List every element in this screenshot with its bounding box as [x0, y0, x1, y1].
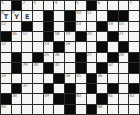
grid-cell-r8-c4[interactable]: [33, 74, 43, 83]
grid-cell-r10-c3[interactable]: [22, 94, 32, 103]
black-cell-r8-c9: [87, 74, 97, 83]
black-cell-r10-c10: [97, 94, 107, 103]
grid-cell-r4-c3[interactable]: 17: [22, 32, 32, 41]
grid-cell-r1-c7[interactable]: [65, 1, 75, 10]
grid-cell-r3-c6[interactable]: [54, 22, 64, 31]
grid-cell-r8-c8[interactable]: 35: [76, 74, 86, 83]
clue-number: 21: [119, 32, 124, 36]
grid-cell-r8-c10[interactable]: 36: [97, 74, 107, 83]
grid-cell-r7-c7[interactable]: [65, 63, 75, 72]
grid-cell-r1-c3[interactable]: 2: [22, 1, 32, 10]
grid-cell-r5-c5[interactable]: 23: [44, 42, 54, 51]
grid-cell-r9-c6[interactable]: [54, 84, 64, 93]
black-cell-r5-c12: [119, 42, 129, 51]
clue-number: 24: [65, 42, 70, 46]
grid-cell-r3-c13[interactable]: [129, 22, 139, 31]
black-cell-r10-c1: [1, 94, 11, 103]
black-cell-r9-c11: [108, 84, 118, 93]
clue-number: 7: [129, 1, 131, 5]
grid-cell-r10-c5[interactable]: 39: [44, 94, 54, 103]
grid-cell-r11-c10[interactable]: 44: [97, 105, 107, 114]
black-cell-r7-c5: [44, 63, 54, 72]
grid-cell-r3-c11[interactable]: 14: [108, 22, 118, 31]
grid-cell-r11-c3[interactable]: [22, 105, 32, 114]
grid-cell-r1-c1[interactable]: 1: [1, 1, 11, 10]
grid-cell-r2-c2[interactable]: 9Y: [12, 11, 22, 20]
grid-cell-r10-c2[interactable]: 38: [12, 94, 22, 103]
black-cell-r4-c8: [76, 32, 86, 41]
clue-number: 40: [76, 94, 81, 98]
clue-number: 36: [97, 74, 102, 78]
grid-cell-r10-c13[interactable]: 42: [129, 94, 139, 103]
grid-cell-r4-c10[interactable]: [97, 32, 107, 41]
grid-cell-r9-c4[interactable]: [33, 84, 43, 93]
grid-cell-r7-c4[interactable]: 30: [33, 63, 43, 72]
clue-number: 33: [1, 74, 6, 78]
black-cell-r10-c7: [65, 94, 75, 103]
grid-cell-r11-c5[interactable]: [44, 105, 54, 114]
grid-cell-r1-c12[interactable]: [119, 1, 129, 10]
grid-cell-r3-c2[interactable]: [12, 22, 22, 31]
black-cell-r2-c5: [44, 11, 54, 20]
grid-cell-r1-c5[interactable]: [44, 1, 54, 10]
black-cell-r2-c12: [119, 11, 129, 20]
black-cell-r4-c5: [44, 32, 54, 41]
grid-cell-r4-c13[interactable]: [129, 32, 139, 41]
clue-number: 35: [76, 74, 81, 78]
black-cell-r2-c7: [65, 11, 75, 20]
black-cell-r7-c10: [97, 63, 107, 72]
clue-number: 1: [1, 1, 3, 5]
grid-cell-r11-c12[interactable]: [119, 105, 129, 114]
black-cell-r3-c3: [22, 22, 32, 31]
grid-cell-r11-c13[interactable]: [129, 105, 139, 114]
grid-cell-r1-c10[interactable]: 6: [97, 1, 107, 10]
black-cell-r11-c7: [65, 105, 75, 114]
black-cell-r6-c2: [12, 53, 22, 62]
grid-cell-r7-c12[interactable]: [119, 63, 129, 72]
black-cell-r1-c9: [87, 1, 97, 10]
clue-number: 23: [44, 42, 49, 46]
grid-cell-r6-c1[interactable]: [1, 53, 11, 62]
grid-cell-r4-c7[interactable]: 19: [65, 32, 75, 41]
black-cell-r3-c10: [97, 22, 107, 31]
clue-number: 15: [119, 22, 124, 26]
grid-cell-r10-c11[interactable]: 41: [108, 94, 118, 103]
grid-cell-r4-c4[interactable]: [33, 32, 43, 41]
clue-number: 30: [33, 63, 38, 67]
grid-cell-r11-c11[interactable]: [108, 105, 118, 114]
clue-number: 44: [97, 105, 102, 109]
black-cell-r9-c9: [87, 84, 97, 93]
black-cell-r7-c13: [129, 63, 139, 72]
grid-cell-r5-c2[interactable]: [12, 42, 22, 51]
grid-cell-r8-c12[interactable]: [119, 74, 129, 83]
grid-cell-r5-c4[interactable]: [33, 42, 43, 51]
grid-cell-r6-c6[interactable]: 26: [54, 53, 64, 62]
black-cell-r6-c11: [108, 53, 118, 62]
clue-number: 3: [33, 1, 35, 5]
clue-number: 22: [1, 42, 6, 46]
black-cell-r3-c5: [44, 22, 54, 31]
grid-cell-r2-c9[interactable]: 11: [87, 11, 97, 20]
clue-number: 42: [129, 94, 134, 98]
black-cell-r5-c6: [54, 42, 64, 51]
grid-cell-r6-c9[interactable]: 27: [87, 53, 97, 62]
grid-cell-r5-c7[interactable]: 24: [65, 42, 75, 51]
clue-number: 31: [54, 63, 59, 67]
grid-cell-r4-c12[interactable]: 21: [119, 32, 129, 41]
black-cell-r3-c7: [65, 22, 75, 31]
black-cell-r4-c1: [1, 32, 11, 41]
grid-cell-r3-c1[interactable]: 12: [1, 22, 11, 31]
clue-number: 37: [22, 84, 27, 88]
clue-number: 28: [119, 53, 124, 57]
clue-number: 25: [44, 53, 49, 57]
black-cell-r7-c8: [76, 63, 86, 72]
grid-cell-r8-c13[interactable]: [129, 74, 139, 83]
black-cell-r9-c7: [65, 84, 75, 93]
grid-cell-r6-c7[interactable]: [65, 53, 75, 62]
black-cell-r4-c11: [108, 32, 118, 41]
clue-number: 4: [54, 1, 56, 5]
grid-cell-r8-c5[interactable]: [44, 74, 54, 83]
grid-cell-r8-c11[interactable]: [108, 74, 118, 83]
clue-number: 34: [65, 74, 70, 78]
entered-letter: Y: [12, 11, 22, 20]
clue-number: 39: [44, 94, 49, 98]
black-cell-r2-c11: [108, 11, 118, 20]
clue-number: 12: [1, 22, 6, 26]
grid-cell-r3-c9[interactable]: [87, 22, 97, 31]
grid-cell-r7-c6[interactable]: 31: [54, 63, 64, 72]
clue-number: 6: [97, 1, 99, 5]
entered-letter: E: [22, 11, 32, 20]
grid-cell-r11-c1[interactable]: 43: [1, 105, 11, 114]
clue-number: 41: [108, 94, 113, 98]
grid-cell-r2-c4[interactable]: [33, 11, 43, 20]
grid-cell-r6-c5[interactable]: 25: [44, 53, 54, 62]
grid-cell-r1-c4[interactable]: 3: [33, 1, 43, 10]
grid-cell-r3-c4[interactable]: [33, 22, 43, 31]
grid-cell-r2-c6[interactable]: [54, 11, 64, 20]
clue-number: 38: [12, 94, 17, 98]
grid-cell-r9-c10[interactable]: [97, 84, 107, 93]
clue-number: 19: [65, 32, 70, 36]
grid-cell-r6-c10[interactable]: [97, 53, 107, 62]
black-cell-r6-c13: [129, 53, 139, 62]
clue-number: 2: [22, 1, 24, 5]
clue-number: 32: [108, 63, 113, 67]
grid-cell-r4-c2[interactable]: 16: [12, 32, 22, 41]
black-cell-r11-c9: [87, 105, 97, 114]
black-cell-r6-c4: [33, 53, 43, 62]
crossword-grid: 12345678T9YE1011121314151617181920212223…: [0, 0, 140, 115]
black-cell-r1-c2: [12, 1, 22, 10]
grid-cell-r9-c8[interactable]: [76, 84, 86, 93]
grid-cell-r1-c13[interactable]: 7: [129, 1, 139, 10]
clue-number: 27: [87, 53, 92, 57]
black-cell-r9-c5: [44, 84, 54, 93]
black-cell-r5-c10: [97, 42, 107, 51]
grid-cell-r11-c4[interactable]: [33, 105, 43, 114]
black-cell-r7-c2: [12, 63, 22, 72]
clue-number: 43: [1, 105, 6, 109]
clue-number: 5: [76, 1, 78, 5]
grid-cell-r8-c1[interactable]: 33: [1, 74, 11, 83]
clue-number: 18: [54, 32, 59, 36]
grid-cell-r5-c9[interactable]: [87, 42, 97, 51]
black-cell-r9-c2: [12, 84, 22, 93]
grid-cell-r9-c12[interactable]: [119, 84, 129, 93]
grid-cell-r10-c12[interactable]: [119, 94, 129, 103]
clue-number: 29: [22, 63, 27, 67]
clue-number: 10: [76, 11, 81, 15]
grid-cell-r5-c3[interactable]: [22, 42, 32, 51]
grid-cell-r10-c4[interactable]: [33, 94, 43, 103]
grid-cell-r2-c8[interactable]: 10: [76, 11, 86, 20]
clue-number: 11: [87, 11, 92, 15]
clue-number: 13: [76, 22, 81, 26]
grid-cell-r8-c2[interactable]: [12, 74, 22, 83]
grid-cell-r4-c6[interactable]: 18: [54, 32, 64, 41]
entered-letter: T: [1, 11, 11, 20]
black-cell-r9-c13: [129, 84, 139, 93]
black-cell-r10-c6: [54, 94, 64, 103]
grid-cell-r6-c3[interactable]: [22, 53, 32, 62]
grid-cell-r3-c12[interactable]: 15: [119, 22, 129, 31]
clue-number: 17: [22, 32, 27, 36]
grid-cell-r2-c3[interactable]: E: [22, 11, 32, 20]
clue-number: 16: [12, 32, 17, 36]
grid-cell-r7-c9[interactable]: [87, 63, 97, 72]
grid-cell-r10-c9[interactable]: [87, 94, 97, 103]
grid-cell-r1-c6[interactable]: 4: [54, 1, 64, 10]
grid-cell-r3-c8[interactable]: 13: [76, 22, 86, 31]
grid-cell-r5-c13[interactable]: [129, 42, 139, 51]
black-cell-r8-c6: [54, 74, 64, 83]
grid-cell-r8-c7[interactable]: 34: [65, 74, 75, 83]
grid-cell-r2-c10[interactable]: [97, 11, 107, 20]
grid-cell-r11-c6[interactable]: [54, 105, 64, 114]
grid-cell-r9-c1[interactable]: [1, 84, 11, 93]
black-cell-r6-c8: [76, 53, 86, 62]
grid-cell-r2-c1[interactable]: 8T: [1, 11, 11, 20]
clue-number: 26: [54, 53, 59, 57]
grid-cell-r7-c11[interactable]: 32: [108, 63, 118, 72]
grid-cell-r7-c3[interactable]: 29: [22, 63, 32, 72]
grid-cell-r5-c1[interactable]: 22: [1, 42, 11, 51]
grid-cell-r1-c8[interactable]: 5: [76, 1, 86, 10]
grid-cell-r5-c11[interactable]: [108, 42, 118, 51]
grid-cell-r5-c8[interactable]: [76, 42, 86, 51]
grid-cell-r1-c11[interactable]: [108, 1, 118, 10]
grid-cell-r11-c2[interactable]: [12, 105, 22, 114]
grid-cell-r10-c8[interactable]: 40: [76, 94, 86, 103]
grid-cell-r7-c1[interactable]: [1, 63, 11, 72]
grid-cell-r8-c3[interactable]: [22, 74, 32, 83]
grid-cell-r2-c13[interactable]: [129, 11, 139, 20]
grid-cell-r11-c8[interactable]: [76, 105, 86, 114]
crossword-puzzle: 12345678T9YE1011121314151617181920212223…: [0, 0, 140, 115]
grid-cell-r4-c9[interactable]: 20: [87, 32, 97, 41]
clue-number: 14: [108, 22, 113, 26]
clue-number: 20: [87, 32, 92, 36]
grid-cell-r6-c12[interactable]: 28: [119, 53, 129, 62]
grid-cell-r9-c3[interactable]: 37: [22, 84, 32, 93]
